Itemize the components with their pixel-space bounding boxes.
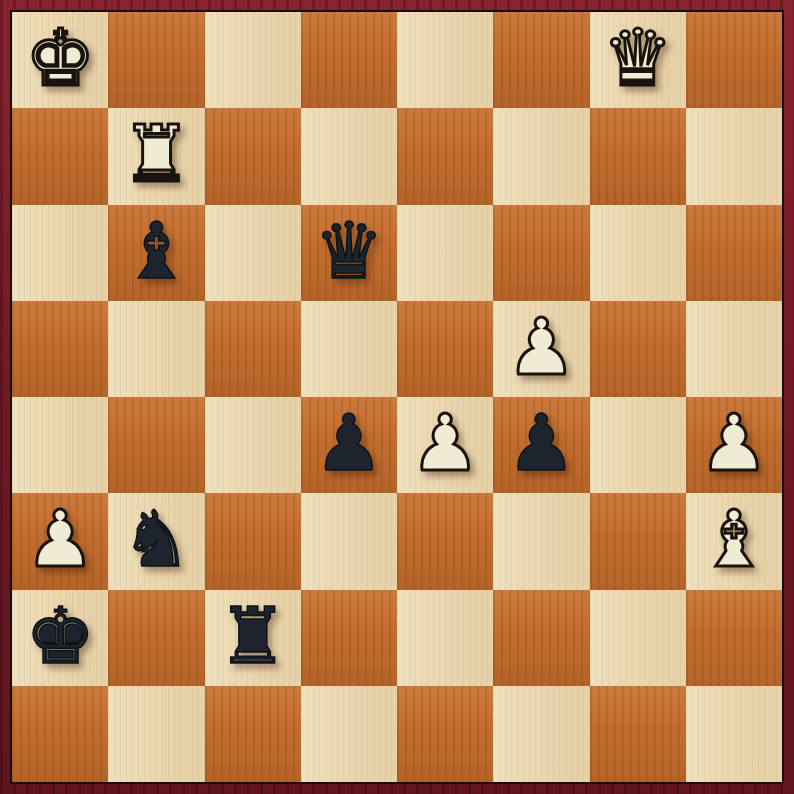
square-f8[interactable] [493, 12, 589, 108]
square-b4[interactable] [108, 397, 204, 493]
square-f1[interactable] [493, 686, 589, 782]
square-d1[interactable] [301, 686, 397, 782]
square-e1[interactable] [397, 686, 493, 782]
square-c4[interactable] [205, 397, 301, 493]
square-a5[interactable] [12, 301, 108, 397]
square-e2[interactable] [397, 590, 493, 686]
piece-black-rook-icon[interactable]: ♜ [218, 597, 288, 675]
piece-black-queen-icon[interactable]: ♛ [314, 212, 384, 290]
square-d5[interactable] [301, 301, 397, 397]
square-d6[interactable]: ♛ [301, 205, 397, 301]
square-d4[interactable]: ♟ [301, 397, 397, 493]
square-a6[interactable] [12, 205, 108, 301]
square-h8[interactable] [686, 12, 782, 108]
piece-white-king-icon[interactable]: ♚ [25, 19, 95, 97]
square-d2[interactable] [301, 590, 397, 686]
piece-black-bishop-icon[interactable]: ♝ [121, 212, 191, 290]
piece-black-pawn-icon[interactable]: ♟ [314, 404, 384, 482]
square-g5[interactable] [590, 301, 686, 397]
piece-black-pawn-icon[interactable]: ♟ [506, 404, 576, 482]
square-a1[interactable] [12, 686, 108, 782]
square-f7[interactable] [493, 108, 589, 204]
square-e5[interactable] [397, 301, 493, 397]
square-f5[interactable]: ♟ [493, 301, 589, 397]
square-d8[interactable] [301, 12, 397, 108]
square-e4[interactable]: ♟ [397, 397, 493, 493]
square-b7[interactable]: ♜ [108, 108, 204, 204]
square-g1[interactable] [590, 686, 686, 782]
square-a7[interactable] [12, 108, 108, 204]
square-e8[interactable] [397, 12, 493, 108]
square-g6[interactable] [590, 205, 686, 301]
square-f2[interactable] [493, 590, 589, 686]
square-c5[interactable] [205, 301, 301, 397]
square-h2[interactable] [686, 590, 782, 686]
square-h4[interactable]: ♟ [686, 397, 782, 493]
square-c8[interactable] [205, 12, 301, 108]
square-d7[interactable] [301, 108, 397, 204]
square-d3[interactable] [301, 493, 397, 589]
piece-white-queen-icon[interactable]: ♛ [603, 19, 673, 97]
piece-white-pawn-icon[interactable]: ♟ [699, 404, 769, 482]
square-h3[interactable]: ♝ [686, 493, 782, 589]
square-e3[interactable] [397, 493, 493, 589]
square-h6[interactable] [686, 205, 782, 301]
square-b6[interactable]: ♝ [108, 205, 204, 301]
piece-white-rook-icon[interactable]: ♜ [121, 115, 191, 193]
piece-white-pawn-icon[interactable]: ♟ [410, 404, 480, 482]
square-c3[interactable] [205, 493, 301, 589]
square-h7[interactable] [686, 108, 782, 204]
square-f6[interactable] [493, 205, 589, 301]
square-g7[interactable] [590, 108, 686, 204]
square-f4[interactable]: ♟ [493, 397, 589, 493]
piece-black-knight-icon[interactable]: ♞ [121, 500, 191, 578]
square-b5[interactable] [108, 301, 204, 397]
square-b8[interactable] [108, 12, 204, 108]
square-b2[interactable] [108, 590, 204, 686]
piece-white-pawn-icon[interactable]: ♟ [506, 308, 576, 386]
square-b3[interactable]: ♞ [108, 493, 204, 589]
square-b1[interactable] [108, 686, 204, 782]
square-a2[interactable]: ♚ [12, 590, 108, 686]
square-a4[interactable] [12, 397, 108, 493]
piece-black-king-icon[interactable]: ♚ [25, 597, 95, 675]
square-h1[interactable] [686, 686, 782, 782]
square-g3[interactable] [590, 493, 686, 589]
square-f3[interactable] [493, 493, 589, 589]
square-c2[interactable]: ♜ [205, 590, 301, 686]
chess-board: ♚♛♜♝♛♟♟♟♟♟♟♞♝♚♜ [10, 10, 784, 784]
piece-white-pawn-icon[interactable]: ♟ [25, 500, 95, 578]
square-g2[interactable] [590, 590, 686, 686]
square-g8[interactable]: ♛ [590, 12, 686, 108]
square-e6[interactable] [397, 205, 493, 301]
piece-white-bishop-icon[interactable]: ♝ [699, 500, 769, 578]
square-a8[interactable]: ♚ [12, 12, 108, 108]
square-g4[interactable] [590, 397, 686, 493]
square-c6[interactable] [205, 205, 301, 301]
square-c1[interactable] [205, 686, 301, 782]
square-h5[interactable] [686, 301, 782, 397]
square-a3[interactable]: ♟ [12, 493, 108, 589]
square-c7[interactable] [205, 108, 301, 204]
square-e7[interactable] [397, 108, 493, 204]
board-frame: ♚♛♜♝♛♟♟♟♟♟♟♞♝♚♜ [0, 0, 794, 794]
